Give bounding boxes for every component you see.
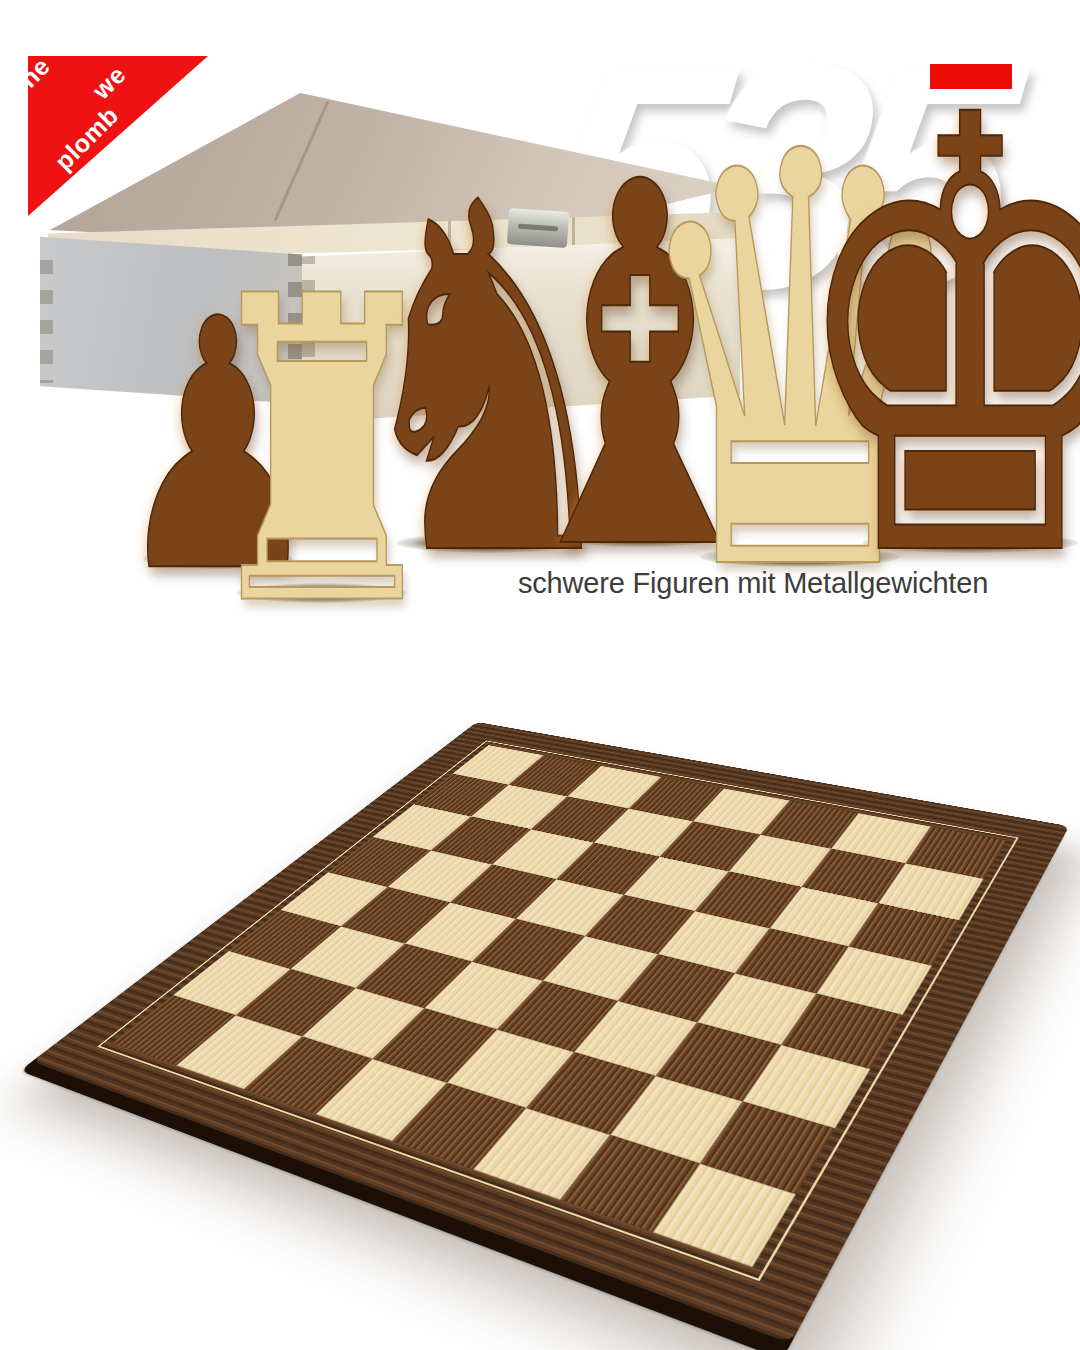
caption: schwere Figuren mit Metallgewichten (518, 567, 988, 600)
ribbon-text-fragment: we (88, 62, 130, 104)
board-inlay-line (97, 740, 1019, 1281)
page: 535 ne we plomb ♟ ♜ ♞ ♝ ♛ ♚ schwere Figu… (0, 0, 1080, 1350)
ribbon-text-fragment: ne (16, 53, 55, 92)
ribbon-text-fragment: plomb (51, 102, 123, 174)
product-photo-hero: 535 ne we plomb ♟ ♜ ♞ ♝ ♛ ♚ schwere Figu… (0, 0, 1080, 660)
king-piece: ♚ (787, 41, 1080, 641)
chessboard (32, 722, 1069, 1344)
board-grid (112, 745, 1006, 1267)
